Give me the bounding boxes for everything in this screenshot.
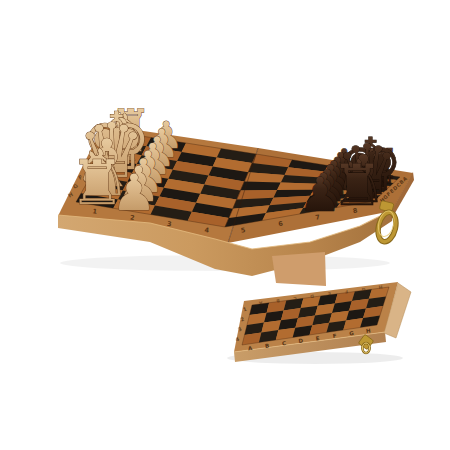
- folded-file-label-back: E: [327, 291, 331, 296]
- product-photo: 12345678ABCDEFGHABCDEFGH♜♟♞♟♝♟♚♟♟♛♜♟♞♟♟♝…: [0, 0, 450, 450]
- chess-set-photo: 12345678ABCDEFGHABCDEFGH♜♟♞♟♝♟♚♟♟♛♜♟♞♟♟♝…: [0, 0, 450, 450]
- piece-black-pawn: ♟: [299, 167, 341, 222]
- main-board-underside: [272, 252, 326, 286]
- folded-file-label-back: F: [345, 289, 349, 294]
- folded-file-label: C: [282, 340, 287, 346]
- folded-file-label: B: [265, 343, 270, 349]
- piece-white-pawn: ♟: [112, 164, 157, 222]
